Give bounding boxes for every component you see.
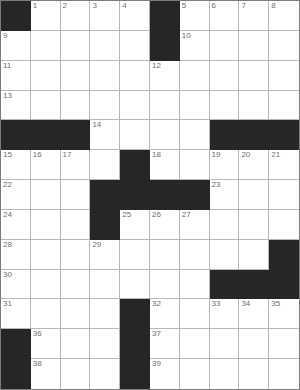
clue-number-31: 31 <box>3 300 12 309</box>
white-cell-r12c7[interactable] <box>180 329 210 359</box>
clue-number-22: 22 <box>3 181 12 190</box>
white-cell-r8c3[interactable] <box>61 210 91 240</box>
white-cell-r3c5[interactable] <box>120 61 150 91</box>
white-cell-r6c6[interactable]: 18 <box>150 150 180 180</box>
black-cell-r12c5 <box>120 329 150 359</box>
white-cell-r4c5[interactable] <box>120 91 150 121</box>
white-cell-r3c2[interactable] <box>31 61 61 91</box>
crossword-board: 1234567891011121314151617181920212223242… <box>0 0 300 390</box>
white-cell-r7c1[interactable]: 22 <box>1 180 31 210</box>
clue-number-17: 17 <box>63 151 72 160</box>
white-cell-r10c5[interactable] <box>120 270 150 300</box>
black-cell-r5c10 <box>269 120 299 150</box>
white-cell-r11c8[interactable]: 33 <box>210 299 240 329</box>
white-cell-r10c4[interactable] <box>90 270 120 300</box>
clue-number-5: 5 <box>182 2 186 11</box>
clue-number-38: 38 <box>33 360 42 369</box>
white-cell-r9c2[interactable] <box>31 240 61 270</box>
clue-number-35: 35 <box>271 300 280 309</box>
clue-number-29: 29 <box>92 241 101 250</box>
clue-number-6: 6 <box>212 2 216 11</box>
white-cell-r2c10[interactable] <box>269 31 299 61</box>
white-cell-r12c6[interactable]: 37 <box>150 329 180 359</box>
clue-number-21: 21 <box>271 151 280 160</box>
clue-number-2: 2 <box>63 2 67 11</box>
white-cell-r5c4[interactable]: 14 <box>90 120 120 150</box>
white-cell-r7c2[interactable] <box>31 180 61 210</box>
white-cell-r8c2[interactable] <box>31 210 61 240</box>
white-cell-r1c8[interactable]: 6 <box>210 1 240 31</box>
white-cell-r3c3[interactable] <box>61 61 91 91</box>
clue-number-4: 4 <box>122 2 126 11</box>
white-cell-r3c10[interactable] <box>269 61 299 91</box>
white-cell-r1c7[interactable]: 5 <box>180 1 210 31</box>
black-cell-r7c7 <box>180 180 210 210</box>
white-cell-r6c10[interactable]: 21 <box>269 150 299 180</box>
white-cell-r1c9[interactable]: 7 <box>239 1 269 31</box>
white-cell-r4c3[interactable] <box>61 91 91 121</box>
clue-number-15: 15 <box>3 151 12 160</box>
clue-number-7: 7 <box>241 2 245 11</box>
white-cell-r8c8[interactable] <box>210 210 240 240</box>
clue-number-16: 16 <box>33 151 42 160</box>
black-cell-r1c6 <box>150 1 180 31</box>
white-cell-r3c9[interactable] <box>239 61 269 91</box>
white-cell-r11c10[interactable]: 35 <box>269 299 299 329</box>
white-cell-r12c9[interactable] <box>239 329 269 359</box>
clue-number-23: 23 <box>212 181 221 190</box>
white-cell-r13c10[interactable] <box>269 359 299 389</box>
white-cell-r4c4[interactable] <box>90 91 120 121</box>
clue-number-26: 26 <box>152 211 161 220</box>
white-cell-r3c7[interactable] <box>180 61 210 91</box>
white-cell-r7c3[interactable] <box>61 180 91 210</box>
black-cell-r6c5 <box>120 150 150 180</box>
white-cell-r13c8[interactable] <box>210 359 240 389</box>
white-cell-r13c2[interactable]: 38 <box>31 359 61 389</box>
white-cell-r9c4[interactable]: 29 <box>90 240 120 270</box>
white-cell-r2c2[interactable] <box>31 31 61 61</box>
white-cell-r5c5[interactable] <box>120 120 150 150</box>
white-cell-r8c1[interactable]: 24 <box>1 210 31 240</box>
white-cell-r8c6[interactable]: 26 <box>150 210 180 240</box>
black-cell-r10c10 <box>269 270 299 300</box>
black-cell-r2c6 <box>150 31 180 61</box>
white-cell-r10c3[interactable] <box>61 270 91 300</box>
clue-number-25: 25 <box>122 211 131 220</box>
white-cell-r9c9[interactable] <box>239 240 269 270</box>
clue-number-36: 36 <box>33 330 42 339</box>
white-cell-r4c2[interactable] <box>31 91 61 121</box>
white-cell-r4c10[interactable] <box>269 91 299 121</box>
white-cell-r2c7[interactable]: 10 <box>180 31 210 61</box>
white-cell-r3c8[interactable] <box>210 61 240 91</box>
white-cell-r13c3[interactable] <box>61 359 91 389</box>
clue-number-13: 13 <box>3 92 12 101</box>
white-cell-r10c7[interactable] <box>180 270 210 300</box>
white-cell-r13c6[interactable]: 39 <box>150 359 180 389</box>
clue-number-24: 24 <box>3 211 12 220</box>
white-cell-r3c1[interactable]: 11 <box>1 61 31 91</box>
white-cell-r1c2[interactable]: 1 <box>31 1 61 31</box>
white-cell-r4c8[interactable] <box>210 91 240 121</box>
clue-number-28: 28 <box>3 241 12 250</box>
white-cell-r6c7[interactable] <box>180 150 210 180</box>
white-cell-r7c9[interactable] <box>239 180 269 210</box>
white-cell-r2c8[interactable] <box>210 31 240 61</box>
black-cell-r13c5 <box>120 359 150 389</box>
white-cell-r6c8[interactable]: 19 <box>210 150 240 180</box>
white-cell-r12c2[interactable]: 36 <box>31 329 61 359</box>
white-cell-r2c3[interactable] <box>61 31 91 61</box>
clue-number-14: 14 <box>92 121 101 130</box>
white-cell-r9c8[interactable] <box>210 240 240 270</box>
clue-number-30: 30 <box>3 271 12 280</box>
black-cell-r7c6 <box>150 180 180 210</box>
white-cell-r3c4[interactable] <box>90 61 120 91</box>
white-cell-r9c7[interactable] <box>180 240 210 270</box>
white-cell-r5c6[interactable] <box>150 120 180 150</box>
clue-number-39: 39 <box>152 360 161 369</box>
white-cell-r7c8[interactable]: 23 <box>210 180 240 210</box>
clue-number-12: 12 <box>152 62 161 71</box>
white-cell-r2c9[interactable] <box>239 31 269 61</box>
black-cell-r5c2 <box>31 120 61 150</box>
black-cell-r5c9 <box>239 120 269 150</box>
white-cell-r12c4[interactable] <box>90 329 120 359</box>
white-cell-r9c6[interactable] <box>150 240 180 270</box>
white-cell-r8c7[interactable]: 27 <box>180 210 210 240</box>
clue-number-19: 19 <box>212 151 221 160</box>
white-cell-r12c3[interactable] <box>61 329 91 359</box>
clue-number-33: 33 <box>212 300 221 309</box>
white-cell-r9c5[interactable] <box>120 240 150 270</box>
clue-number-18: 18 <box>152 151 161 160</box>
white-cell-r4c7[interactable] <box>180 91 210 121</box>
clue-number-8: 8 <box>271 2 275 11</box>
white-cell-r6c3[interactable]: 17 <box>61 150 91 180</box>
black-cell-r10c8 <box>210 270 240 300</box>
white-cell-r4c6[interactable] <box>150 91 180 121</box>
black-cell-r13c1 <box>1 359 31 389</box>
white-cell-r4c9[interactable] <box>239 91 269 121</box>
white-cell-r4c1[interactable]: 13 <box>1 91 31 121</box>
white-cell-r13c4[interactable] <box>90 359 120 389</box>
white-cell-r1c10[interactable]: 8 <box>269 1 299 31</box>
clue-number-11: 11 <box>3 62 11 71</box>
white-cell-r11c7[interactable] <box>180 299 210 329</box>
white-cell-r9c1[interactable]: 28 <box>1 240 31 270</box>
black-cell-r12c1 <box>1 329 31 359</box>
white-cell-r3c6[interactable]: 12 <box>150 61 180 91</box>
white-cell-r6c9[interactable]: 20 <box>239 150 269 180</box>
white-cell-r8c5[interactable]: 25 <box>120 210 150 240</box>
white-cell-r11c1[interactable]: 31 <box>1 299 31 329</box>
white-cell-r1c5[interactable]: 4 <box>120 1 150 31</box>
white-cell-r11c3[interactable] <box>61 299 91 329</box>
white-cell-r1c3[interactable]: 2 <box>61 1 91 31</box>
black-cell-r11c5 <box>120 299 150 329</box>
black-cell-r5c1 <box>1 120 31 150</box>
white-cell-r1c4[interactable]: 3 <box>90 1 120 31</box>
clue-number-20: 20 <box>241 151 250 160</box>
clue-number-32: 32 <box>152 300 161 309</box>
white-cell-r11c6[interactable]: 32 <box>150 299 180 329</box>
white-cell-r10c2[interactable] <box>31 270 61 300</box>
clue-number-27: 27 <box>182 211 191 220</box>
white-cell-r8c9[interactable] <box>239 210 269 240</box>
white-cell-r11c9[interactable]: 34 <box>239 299 269 329</box>
white-cell-r12c8[interactable] <box>210 329 240 359</box>
black-cell-r7c5 <box>120 180 150 210</box>
white-cell-r6c4[interactable] <box>90 150 120 180</box>
clue-number-1: 1 <box>33 2 37 11</box>
white-cell-r11c2[interactable] <box>31 299 61 329</box>
black-cell-r5c3 <box>61 120 91 150</box>
white-cell-r9c3[interactable] <box>61 240 91 270</box>
black-cell-r10c9 <box>239 270 269 300</box>
white-cell-r6c1[interactable]: 15 <box>1 150 31 180</box>
clue-number-3: 3 <box>92 2 96 11</box>
white-cell-r8c10[interactable] <box>269 210 299 240</box>
black-cell-r8c4 <box>90 210 120 240</box>
black-cell-r9c10 <box>269 240 299 270</box>
white-cell-r10c1[interactable]: 30 <box>1 270 31 300</box>
clue-number-9: 9 <box>3 32 7 41</box>
white-cell-r12c10[interactable] <box>269 329 299 359</box>
white-cell-r5c7[interactable] <box>180 120 210 150</box>
white-cell-r11c4[interactable] <box>90 299 120 329</box>
white-cell-r2c5[interactable] <box>120 31 150 61</box>
white-cell-r2c1[interactable]: 9 <box>1 31 31 61</box>
white-cell-r7c10[interactable] <box>269 180 299 210</box>
black-cell-r7c4 <box>90 180 120 210</box>
black-cell-r1c1 <box>1 1 31 31</box>
clue-number-34: 34 <box>241 300 250 309</box>
white-cell-r10c6[interactable] <box>150 270 180 300</box>
white-cell-r2c4[interactable] <box>90 31 120 61</box>
white-cell-r13c7[interactable] <box>180 359 210 389</box>
clue-number-10: 10 <box>182 32 191 41</box>
clue-number-37: 37 <box>152 330 161 339</box>
white-cell-r6c2[interactable]: 16 <box>31 150 61 180</box>
black-cell-r5c8 <box>210 120 240 150</box>
white-cell-r13c9[interactable] <box>239 359 269 389</box>
